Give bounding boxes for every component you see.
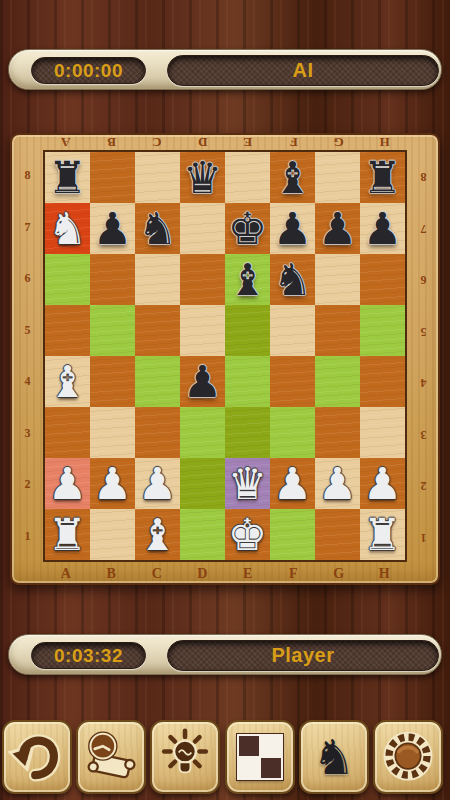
square-d6[interactable] [180,254,225,305]
piece-black-bishop-e6[interactable]: ♝ [225,254,270,305]
file-label-top-F: F [271,135,317,150]
square-g3[interactable] [315,407,360,458]
piece-white-bishop-a4[interactable]: ♝ [45,356,90,407]
file-label-bottom-E: E [225,566,271,582]
square-c5[interactable] [135,305,180,356]
square-a6[interactable] [45,254,90,305]
square-g7[interactable]: ♟ [315,203,360,254]
file-label-bottom-A: A [43,566,89,582]
piece-black-rook-a8[interactable]: ♜ [45,152,90,203]
opponent-name: AI [167,55,439,86]
piece-white-bishop-c1[interactable]: ♝ [135,509,180,560]
square-d1[interactable] [180,509,225,560]
undo-arrow-icon [8,728,66,786]
square-c7[interactable]: ♞ [135,203,180,254]
knight-icon: ♞ [312,733,355,781]
file-labels-bottom: ABCDEFGH [43,562,407,585]
file-label-top-E: E [225,135,271,150]
square-f2[interactable]: ♟ [270,458,315,509]
file-label-bottom-C: C [134,566,180,582]
square-a3[interactable] [45,407,90,458]
hint-button[interactable] [150,720,220,794]
move-history-button[interactable] [76,720,146,794]
piece-white-knight-a7[interactable]: ♞ [45,203,90,254]
file-label-top-B: B [89,135,135,150]
square-f1[interactable] [270,509,315,560]
checkerboard-icon [237,734,283,780]
square-b1[interactable] [90,509,135,560]
square-h6[interactable] [360,254,405,305]
rank-label-left-4: 4 [12,356,43,408]
rank-label-left-7: 7 [12,202,43,254]
square-e2[interactable]: ♛ [225,458,270,509]
settings-dial-icon [379,728,437,786]
piece-white-queen-e2[interactable]: ♛ [225,458,270,509]
rank-label-right-5: 5 [407,305,440,357]
square-b3[interactable] [90,407,135,458]
settings-button[interactable] [373,720,443,794]
rank-label-right-4: 4 [407,356,440,408]
square-d3[interactable] [180,407,225,458]
rank-label-left-1: 1 [12,511,43,563]
file-label-top-H: H [362,135,408,150]
rank-label-left-3: 3 [12,408,43,460]
piece-white-king-e1[interactable]: ♚ [225,509,270,560]
square-e3[interactable] [225,407,270,458]
square-g8[interactable] [315,152,360,203]
piece-black-pawn-h7[interactable]: ♟ [360,203,405,254]
player-name: Player [167,640,439,671]
square-c4[interactable] [135,356,180,407]
square-b7[interactable]: ♟ [90,203,135,254]
rank-label-right-7: 7 [407,202,440,254]
rank-label-left-2: 2 [12,459,43,511]
square-c8[interactable] [135,152,180,203]
square-h2[interactable]: ♟ [360,458,405,509]
file-label-top-D: D [180,135,226,150]
square-d5[interactable] [180,305,225,356]
opponent-timer: 0:00:00 [31,57,146,84]
chess-board: ABCDEFGH ABCDEFGH 87654321 87654321 ♜♛♝♜… [10,133,440,585]
square-f8[interactable]: ♝ [270,152,315,203]
piece-black-rook-h8[interactable]: ♜ [360,152,405,203]
square-d4[interactable]: ♟ [180,356,225,407]
rank-labels-right: 87654321 [407,150,440,562]
square-e8[interactable] [225,152,270,203]
rank-label-right-8: 8 [407,150,440,202]
square-e7[interactable]: ♚ [225,203,270,254]
board-grid: ♜♛♝♜♞♟♞♚♟♟♟♝♞♝♟♟♟♟♛♟♟♟♜♝♚♜ [43,150,407,562]
rank-label-left-8: 8 [12,150,43,202]
board-theme-button[interactable] [225,720,295,794]
square-h4[interactable] [360,356,405,407]
square-a2[interactable]: ♟ [45,458,90,509]
chess-app-screen: 0:00:00 AI ABCDEFGH ABCDEFGH 87654321 87… [0,0,450,800]
piece-white-rook-a1[interactable]: ♜ [45,509,90,560]
rank-label-right-1: 1 [407,511,440,563]
rank-labels-left: 87654321 [12,150,43,562]
piece-black-pawn-b7[interactable]: ♟ [90,203,135,254]
square-g4[interactable] [315,356,360,407]
square-f6[interactable]: ♞ [270,254,315,305]
square-d8[interactable]: ♛ [180,152,225,203]
square-h1[interactable]: ♜ [360,509,405,560]
square-b5[interactable] [90,305,135,356]
piece-white-rook-h1[interactable]: ♜ [360,509,405,560]
square-g6[interactable] [315,254,360,305]
rank-label-left-6: 6 [12,253,43,305]
player-timer: 0:03:32 [31,642,146,669]
file-label-top-A: A [43,135,89,150]
square-b8[interactable] [90,152,135,203]
file-label-bottom-F: F [271,566,317,582]
square-g1[interactable] [315,509,360,560]
square-h8[interactable]: ♜ [360,152,405,203]
piece-white-pawn-b2[interactable]: ♟ [90,458,135,509]
square-e5[interactable] [225,305,270,356]
square-a4[interactable]: ♝ [45,356,90,407]
square-f4[interactable] [270,356,315,407]
square-h7[interactable]: ♟ [360,203,405,254]
file-label-bottom-H: H [362,566,408,582]
square-f7[interactable]: ♟ [270,203,315,254]
square-c1[interactable]: ♝ [135,509,180,560]
file-labels-top: ABCDEFGH [43,135,407,150]
square-e4[interactable] [225,356,270,407]
piece-black-pawn-d4[interactable]: ♟ [180,356,225,407]
square-e6[interactable]: ♝ [225,254,270,305]
piece-black-bishop-f8[interactable]: ♝ [270,152,315,203]
square-d7[interactable] [180,203,225,254]
square-a7[interactable]: ♞ [45,203,90,254]
piece-black-king-e7[interactable]: ♚ [225,203,270,254]
undo-button[interactable] [2,720,72,794]
file-label-bottom-D: D [180,566,226,582]
piece-black-queen-d8[interactable]: ♛ [180,152,225,203]
square-a8[interactable]: ♜ [45,152,90,203]
file-label-bottom-G: G [316,566,362,582]
square-c6[interactable] [135,254,180,305]
piece-style-button[interactable]: ♞ [299,720,369,794]
square-c3[interactable] [135,407,180,458]
square-b4[interactable] [90,356,135,407]
square-a1[interactable]: ♜ [45,509,90,560]
square-b2[interactable]: ♟ [90,458,135,509]
rank-label-right-3: 3 [407,408,440,460]
square-a5[interactable] [45,305,90,356]
file-label-bottom-B: B [89,566,135,582]
file-label-top-C: C [134,135,180,150]
piece-black-pawn-f7[interactable]: ♟ [270,203,315,254]
square-c2[interactable]: ♟ [135,458,180,509]
piece-black-pawn-g7[interactable]: ♟ [315,203,360,254]
square-e1[interactable]: ♚ [225,509,270,560]
square-g2[interactable]: ♟ [315,458,360,509]
rank-label-left-5: 5 [12,305,43,357]
square-b6[interactable] [90,254,135,305]
scroll-clock-icon [82,728,140,786]
rank-label-right-2: 2 [407,459,440,511]
piece-black-knight-c7[interactable]: ♞ [135,203,180,254]
square-f5[interactable] [270,305,315,356]
piece-white-pawn-f2[interactable]: ♟ [270,458,315,509]
lightbulb-icon [156,728,214,786]
file-label-top-G: G [316,135,362,150]
rank-label-right-6: 6 [407,253,440,305]
piece-white-pawn-c2[interactable]: ♟ [135,458,180,509]
square-h5[interactable] [360,305,405,356]
square-f3[interactable] [270,407,315,458]
square-d2[interactable] [180,458,225,509]
opponent-bar: 0:00:00 AI [8,49,442,90]
piece-white-pawn-h2[interactable]: ♟ [360,458,405,509]
piece-white-pawn-g2[interactable]: ♟ [315,458,360,509]
square-g5[interactable] [315,305,360,356]
piece-white-pawn-a2[interactable]: ♟ [45,458,90,509]
square-h3[interactable] [360,407,405,458]
piece-black-knight-f6[interactable]: ♞ [270,254,315,305]
player-bar: 0:03:32 Player [8,634,442,675]
